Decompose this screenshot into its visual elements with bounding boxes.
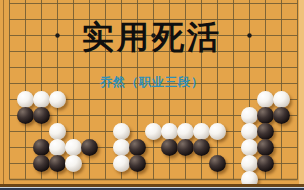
stone-white: [113, 123, 130, 140]
stone-white: [145, 123, 162, 140]
frame-bottom-dark-strip: [0, 188, 304, 190]
stone-black: [257, 107, 274, 124]
stone-white: [49, 91, 66, 108]
lesson-title: 实用死活: [0, 16, 304, 60]
stone-white: [193, 123, 210, 140]
stone-white: [65, 139, 82, 156]
stone-white: [33, 91, 50, 108]
stone-black: [257, 139, 274, 156]
stone-white: [257, 91, 274, 108]
stone-white: [49, 123, 66, 140]
stone-black: [33, 139, 50, 156]
stone-black: [49, 155, 66, 172]
stone-black: [33, 107, 50, 124]
stone-white: [209, 123, 226, 140]
lesson-video-frame: 实用死活 乔然（职业三段）: [0, 0, 304, 190]
stone-white: [177, 123, 194, 140]
stone-white: [49, 139, 66, 156]
stone-black: [257, 123, 274, 140]
stone-black: [209, 155, 226, 172]
stone-black: [273, 107, 290, 124]
stone-white: [241, 123, 258, 140]
stone-white: [17, 91, 34, 108]
stone-black: [129, 155, 146, 172]
stone-black: [193, 139, 210, 156]
stone-black: [17, 107, 34, 124]
stone-white: [241, 139, 258, 156]
stone-white: [113, 155, 130, 172]
stone-black: [81, 139, 98, 156]
stone-black: [129, 139, 146, 156]
stone-black: [177, 139, 194, 156]
author-credit: 乔然（职业三段）: [0, 74, 304, 91]
stone-white: [161, 123, 178, 140]
stone-black: [161, 139, 178, 156]
stone-white: [273, 91, 290, 108]
stone-black: [33, 155, 50, 172]
stone-black: [257, 155, 274, 172]
stone-white: [241, 107, 258, 124]
stone-white: [113, 139, 130, 156]
stone-white: [65, 155, 82, 172]
stone-white: [241, 155, 258, 172]
